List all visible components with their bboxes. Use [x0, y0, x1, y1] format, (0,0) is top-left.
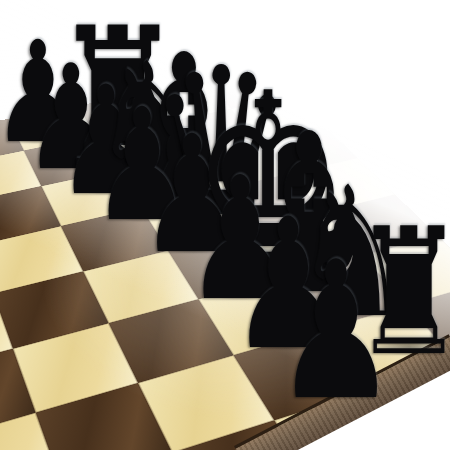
pieces-layer: ♜♞♝♛♚♝♞♜♟♟♟♟♟♟♟♟ [0, 0, 450, 450]
chess-piece-black-pawn: ♟ [275, 237, 398, 427]
chess-set-photo: ♜♞♝♛♚♝♞♜♟♟♟♟♟♟♟♟ [0, 0, 450, 450]
